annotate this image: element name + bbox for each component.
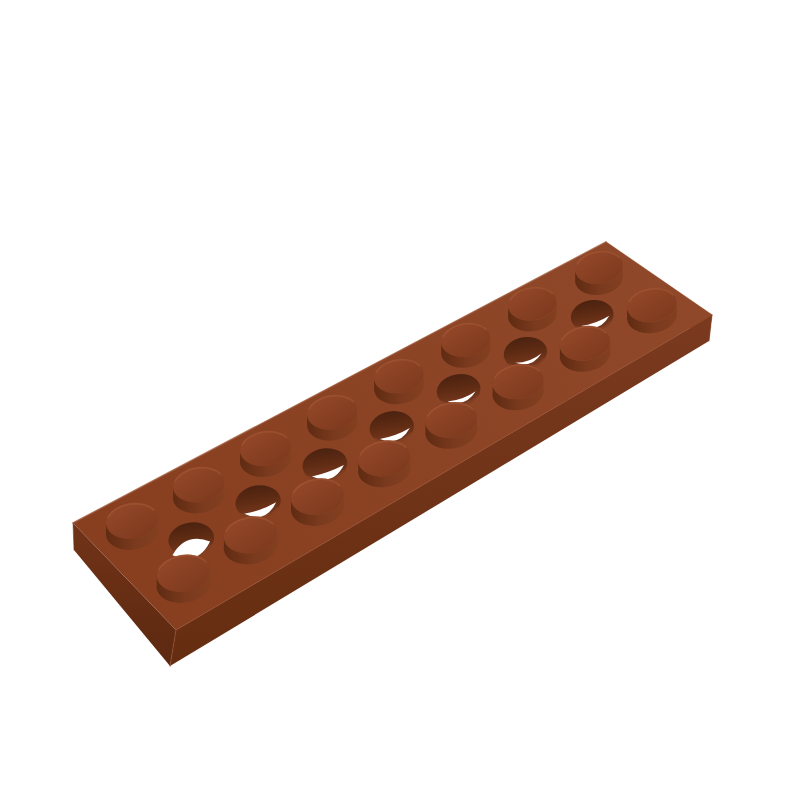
lego-part-render bbox=[0, 0, 800, 800]
product-image-canvas bbox=[0, 0, 800, 800]
